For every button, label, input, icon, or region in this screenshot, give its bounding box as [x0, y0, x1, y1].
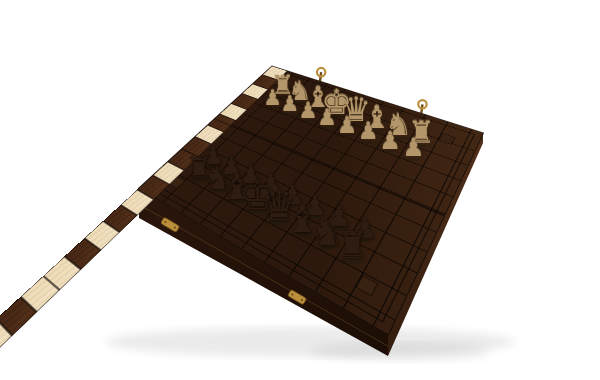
ground-shadow	[310, 342, 490, 362]
wooden-chess-set-photo: HH11GG22FF33EE44DD55CC66BB77AA88 ♜♞♝♛♚♝♞…	[0, 0, 600, 380]
